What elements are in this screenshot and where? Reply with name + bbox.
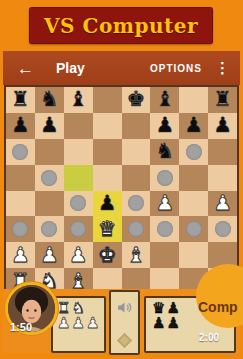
- square-d8[interactable]: [93, 87, 122, 113]
- move-hint-dot[interactable]: [215, 221, 231, 237]
- move-hint-dot[interactable]: [12, 144, 28, 160]
- white-queen-d3: ♛: [98, 219, 117, 240]
- back-icon[interactable]: ←: [17, 60, 34, 77]
- overflow-menu-icon[interactable]: ⋮: [215, 59, 230, 77]
- square-a2[interactable]: ♟: [6, 242, 35, 268]
- black-pawn-d4: ♟: [98, 193, 117, 214]
- square-h4[interactable]: ♟: [208, 191, 237, 217]
- square-b3[interactable]: [35, 216, 64, 242]
- black-rook-a8: ♜: [11, 89, 30, 110]
- chess-board-frame: ♜♞♝♚♝♜♟♟♟♟♟♞♟♟♟♛♟♟♟♚♝♜♞♝: [4, 85, 239, 296]
- square-a7[interactable]: ♟: [6, 113, 35, 139]
- square-a8[interactable]: ♜: [6, 87, 35, 113]
- black-bishop-c8: ♝: [69, 89, 88, 110]
- white-bishop-e2: ♝: [127, 245, 146, 266]
- square-b5[interactable]: [35, 165, 64, 191]
- square-g4[interactable]: [179, 191, 208, 217]
- sound-control-panel: [109, 290, 140, 355]
- square-e5[interactable]: [122, 165, 151, 191]
- white-pawn-h4: ♟: [213, 193, 232, 214]
- speaker-icon[interactable]: [115, 299, 134, 316]
- black-pawn-g7: ♟: [184, 115, 203, 136]
- white-king-d2: ♚: [98, 245, 117, 266]
- square-c6[interactable]: [64, 139, 93, 165]
- options-button[interactable]: OPTIONS: [150, 63, 202, 74]
- human-timer: 1:50: [10, 321, 32, 333]
- square-a4[interactable]: [6, 191, 35, 217]
- white-pawn-f4: ♟: [155, 193, 174, 214]
- move-hint-dot[interactable]: [157, 170, 173, 186]
- black-knight-f6: ♞: [155, 141, 174, 162]
- black-pawn-a7: ♟: [11, 115, 30, 136]
- move-hint-dot[interactable]: [186, 144, 202, 160]
- square-f8[interactable]: ♝: [150, 87, 179, 113]
- square-a3[interactable]: [6, 216, 35, 242]
- square-h7[interactable]: ♟: [208, 113, 237, 139]
- square-e4[interactable]: [122, 191, 151, 217]
- captured-white-pawn: ♟: [71, 316, 84, 331]
- captured-pieces-panel-white: ♜♞ ♟♟♟: [51, 296, 106, 353]
- square-f2[interactable]: [150, 242, 179, 268]
- square-e8[interactable]: ♚: [122, 87, 151, 113]
- square-g6[interactable]: [179, 139, 208, 165]
- square-b8[interactable]: ♞: [35, 87, 64, 113]
- black-bishop-f8: ♝: [155, 89, 174, 110]
- square-b2[interactable]: ♟: [35, 242, 64, 268]
- square-h3[interactable]: [208, 216, 237, 242]
- move-hint-dot[interactable]: [70, 195, 86, 211]
- square-f5[interactable]: [150, 165, 179, 191]
- move-hint-dot[interactable]: [70, 221, 86, 237]
- page-title: Play: [56, 60, 85, 76]
- square-b7[interactable]: ♟: [35, 113, 64, 139]
- square-g3[interactable]: [179, 216, 208, 242]
- square-b6[interactable]: [35, 139, 64, 165]
- computer-name: Comp: [198, 299, 238, 315]
- diamond-ornament-icon: [117, 333, 133, 349]
- square-a5[interactable]: [6, 165, 35, 191]
- white-pawn-b2: ♟: [40, 245, 59, 266]
- captured-white-row2: ♟♟♟: [57, 316, 100, 331]
- white-pawn-c2: ♟: [69, 245, 88, 266]
- captured-white-pawn: ♟: [86, 316, 99, 331]
- square-f4[interactable]: ♟: [150, 191, 179, 217]
- square-d7[interactable]: [93, 113, 122, 139]
- captured-white-pawn: ♟: [57, 316, 70, 331]
- square-d3[interactable]: ♛: [93, 216, 122, 242]
- square-c5[interactable]: [64, 165, 93, 191]
- black-pawn-b7: ♟: [40, 115, 59, 136]
- square-h6[interactable]: [208, 139, 237, 165]
- square-f3[interactable]: [150, 216, 179, 242]
- move-hint-dot[interactable]: [157, 221, 173, 237]
- move-hint-dot[interactable]: [12, 221, 28, 237]
- square-h8[interactable]: ♜: [208, 87, 237, 113]
- square-e2[interactable]: ♝: [122, 242, 151, 268]
- square-a6[interactable]: [6, 139, 35, 165]
- square-c3[interactable]: [64, 216, 93, 242]
- square-e6[interactable]: [122, 139, 151, 165]
- black-king-e8: ♚: [127, 89, 146, 110]
- square-e7[interactable]: [122, 113, 151, 139]
- move-hint-dot[interactable]: [41, 221, 57, 237]
- chess-board: ♜♞♝♚♝♜♟♟♟♟♟♞♟♟♟♛♟♟♟♚♝♜♞♝: [6, 87, 237, 294]
- square-e3[interactable]: [122, 216, 151, 242]
- move-hint-dot[interactable]: [128, 221, 144, 237]
- square-d2[interactable]: ♚: [93, 242, 122, 268]
- square-c8[interactable]: ♝: [64, 87, 93, 113]
- square-g5[interactable]: [179, 165, 208, 191]
- banner-title: VS Computer: [44, 14, 198, 38]
- square-g7[interactable]: ♟: [179, 113, 208, 139]
- toolbar: ← Play OPTIONS ⋮: [3, 51, 240, 85]
- square-h5[interactable]: [208, 165, 237, 191]
- black-rook-h8: ♜: [213, 89, 232, 110]
- square-g8[interactable]: [179, 87, 208, 113]
- computer-timer: 2:00: [199, 332, 219, 343]
- square-b4[interactable]: [35, 191, 64, 217]
- vs-computer-banner: VS Computer: [29, 7, 213, 44]
- square-f7[interactable]: ♟: [150, 113, 179, 139]
- square-c2[interactable]: ♟: [64, 242, 93, 268]
- black-knight-b8: ♞: [40, 89, 59, 110]
- move-hint-dot[interactable]: [186, 221, 202, 237]
- captured-black-pawn: ♟: [152, 316, 165, 331]
- black-pawn-h7: ♟: [213, 115, 232, 136]
- square-f6[interactable]: ♞: [150, 139, 179, 165]
- move-hint-dot[interactable]: [41, 170, 57, 186]
- white-pawn-a2: ♟: [11, 245, 30, 266]
- square-c4[interactable]: [64, 191, 93, 217]
- square-d6[interactable]: [93, 139, 122, 165]
- square-c7[interactable]: [64, 113, 93, 139]
- captured-black-pawn: ♟: [166, 316, 179, 331]
- square-d5[interactable]: [93, 165, 122, 191]
- black-pawn-f7: ♟: [155, 115, 174, 136]
- move-hint-dot[interactable]: [128, 195, 144, 211]
- square-d4[interactable]: ♟: [93, 191, 122, 217]
- square-g2[interactable]: [179, 242, 208, 268]
